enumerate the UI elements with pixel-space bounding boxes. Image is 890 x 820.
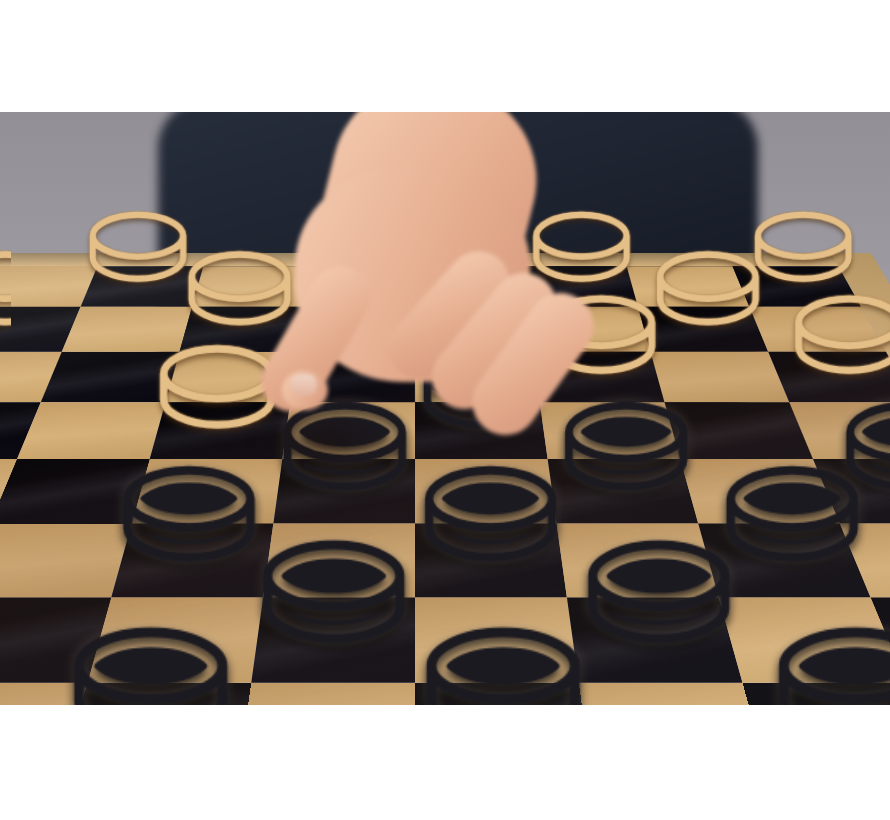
square-g5 bbox=[665, 402, 813, 459]
square-e7: ⛀ bbox=[415, 307, 533, 352]
square-g7: ⛀ bbox=[638, 307, 768, 352]
checker-white-h8: ⛀ bbox=[748, 175, 859, 303]
white-margin-bottom bbox=[0, 705, 890, 820]
square-d6 bbox=[290, 352, 415, 402]
square-b1 bbox=[0, 683, 87, 705]
square-d4: ⛂ bbox=[273, 459, 415, 524]
square-c2 bbox=[87, 597, 263, 682]
square-e5: ⛂ bbox=[415, 402, 548, 459]
square-f5 bbox=[540, 402, 681, 459]
square-c1: ⛂ bbox=[60, 683, 252, 705]
square-b3 bbox=[0, 524, 132, 598]
square-g8 bbox=[627, 266, 750, 307]
square-e4 bbox=[415, 459, 557, 524]
square-f7 bbox=[526, 307, 650, 352]
square-f2: ⛂ bbox=[567, 597, 743, 682]
square-d8: ⛀ bbox=[304, 266, 415, 307]
square-b6 bbox=[41, 352, 180, 402]
square-d2: ⛂ bbox=[251, 597, 415, 682]
square-e1: ⛂ bbox=[415, 683, 593, 705]
square-b5 bbox=[17, 402, 165, 459]
square-c8 bbox=[192, 266, 309, 307]
square-b7 bbox=[62, 307, 192, 352]
square-e2 bbox=[415, 597, 579, 682]
square-f3 bbox=[557, 524, 719, 598]
photo-scene: ⛀⛀⛀⛀⛀⛀⛀⛀⛀⛀⛀⛀⛂⛂⛂⛂⛂⛂⛂⛂⛂⛂⛂⛂ bbox=[0, 112, 890, 705]
square-c7: ⛀ bbox=[180, 307, 304, 352]
screenshot-canvas: ⛀⛀⛀⛀⛀⛀⛀⛀⛀⛀⛀⛀⛂⛂⛂⛂⛂⛂⛂⛂⛂⛂⛂⛂ bbox=[0, 0, 890, 820]
white-margin-top bbox=[0, 0, 890, 112]
board-grid: ⛀⛀⛀⛀⛀⛀⛀⛀⛀⛀⛀⛀⛂⛂⛂⛂⛂⛂⛂⛂⛂⛂⛂⛂ bbox=[0, 266, 890, 705]
square-e3: ⛂ bbox=[415, 524, 567, 598]
square-b8: ⛀ bbox=[81, 266, 204, 307]
square-c3: ⛂ bbox=[111, 524, 273, 598]
square-g6 bbox=[650, 352, 789, 402]
square-c4 bbox=[132, 459, 283, 524]
square-f8: ⛀ bbox=[521, 266, 638, 307]
hand-shadow bbox=[250, 412, 400, 468]
square-e8 bbox=[415, 266, 526, 307]
square-d3 bbox=[263, 524, 415, 598]
square-a5: ⛀ bbox=[0, 402, 41, 459]
board-rail-far bbox=[0, 253, 879, 266]
square-e6 bbox=[415, 352, 540, 402]
square-h8: ⛀ bbox=[733, 266, 861, 307]
square-d7 bbox=[297, 307, 415, 352]
square-f6: ⛀ bbox=[533, 352, 665, 402]
square-b4 bbox=[0, 459, 150, 524]
square-h6: ⛀ bbox=[768, 352, 890, 402]
square-h5 bbox=[789, 402, 890, 459]
square-c6 bbox=[165, 352, 297, 402]
square-g2 bbox=[719, 597, 890, 682]
square-g1: ⛂ bbox=[743, 683, 890, 705]
square-f4: ⛂ bbox=[548, 459, 699, 524]
square-g4 bbox=[680, 459, 840, 524]
square-f1 bbox=[579, 683, 771, 705]
checkers-board: ⛀⛀⛀⛀⛀⛀⛀⛀⛀⛀⛀⛀⛂⛂⛂⛂⛂⛂⛂⛂⛂⛂⛂⛂ bbox=[0, 253, 890, 705]
square-d1 bbox=[237, 683, 415, 705]
